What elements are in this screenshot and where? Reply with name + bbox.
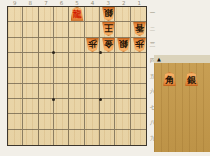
board-square-5-5[interactable]	[69, 68, 84, 83]
board-square-8-1[interactable]	[23, 7, 38, 22]
board-square-7-7[interactable]	[39, 99, 54, 114]
board-square-3-7[interactable]	[100, 99, 115, 114]
hoshi-dot	[99, 98, 102, 101]
board-square-9-6[interactable]	[8, 84, 23, 99]
board-square-5-3[interactable]	[69, 38, 84, 53]
shogi-app-screen: 987654321 一二三四五六七八九 ▲ 龍銀王香歩金銀歩角銀	[0, 0, 210, 156]
board-square-5-9[interactable]	[69, 130, 84, 145]
board-square-6-6[interactable]	[54, 84, 69, 99]
board-square-4-9[interactable]	[85, 130, 100, 145]
board-square-1-7[interactable]	[131, 99, 146, 114]
board-square-2-8[interactable]	[115, 114, 130, 129]
board-square-8-2[interactable]	[23, 22, 38, 37]
board-square-7-9[interactable]	[39, 130, 54, 145]
board-square-8-4[interactable]	[23, 53, 38, 68]
board-square-1-8[interactable]	[131, 114, 146, 129]
board-square-8-9[interactable]	[23, 130, 38, 145]
board-square-6-3[interactable]	[54, 38, 69, 53]
shogi-board[interactable]	[7, 6, 147, 146]
board-square-9-4[interactable]	[8, 53, 23, 68]
board-square-3-5[interactable]	[100, 68, 115, 83]
board-square-2-9[interactable]	[115, 130, 130, 145]
board-square-1-6[interactable]	[131, 84, 146, 99]
board-square-6-8[interactable]	[54, 114, 69, 129]
board-square-5-7[interactable]	[69, 99, 84, 114]
board-square-2-6[interactable]	[115, 84, 130, 99]
board-square-6-2[interactable]	[54, 22, 69, 37]
board-square-9-1[interactable]	[8, 7, 23, 22]
board-square-1-9[interactable]	[131, 130, 146, 145]
board-square-5-8[interactable]	[69, 114, 84, 129]
board-square-8-7[interactable]	[23, 99, 38, 114]
board-square-6-5[interactable]	[54, 68, 69, 83]
board-square-4-2[interactable]	[85, 22, 100, 37]
board-square-5-4[interactable]	[69, 53, 84, 68]
piece-glyph: 銀	[119, 37, 128, 50]
rank-label-3: 三	[148, 37, 157, 53]
board-square-8-6[interactable]	[23, 84, 38, 99]
board-square-4-5[interactable]	[85, 68, 100, 83]
board-square-4-4[interactable]	[85, 53, 100, 68]
piece-glyph: 香	[135, 22, 144, 35]
piece-glyph: 龍	[73, 8, 82, 21]
piece-glyph: 金	[104, 37, 113, 50]
rank-label-2: 二	[148, 22, 157, 38]
piece-glyph: 王	[104, 22, 113, 35]
board-square-8-5[interactable]	[23, 68, 38, 83]
board-square-9-8[interactable]	[8, 114, 23, 129]
board-square-7-8[interactable]	[39, 114, 54, 129]
board-square-8-3[interactable]	[23, 38, 38, 53]
board-square-4-6[interactable]	[85, 84, 100, 99]
board-square-2-1[interactable]	[115, 7, 130, 22]
board-square-3-4[interactable]	[100, 53, 115, 68]
board-square-5-6[interactable]	[69, 84, 84, 99]
piece-glyph: 銀	[104, 6, 113, 19]
board-square-4-8[interactable]	[85, 114, 100, 129]
piece-glyph: 角	[165, 74, 174, 87]
hoshi-dot	[52, 98, 55, 101]
board-square-3-8[interactable]	[100, 114, 115, 129]
board-square-2-7[interactable]	[115, 99, 130, 114]
board-square-6-1[interactable]	[54, 7, 69, 22]
board-square-8-8[interactable]	[23, 114, 38, 129]
board-square-2-2[interactable]	[115, 22, 130, 37]
board-square-3-9[interactable]	[100, 130, 115, 145]
board-square-9-2[interactable]	[8, 22, 23, 37]
board-square-2-4[interactable]	[115, 53, 130, 68]
rank-label-1: 一	[148, 6, 157, 22]
board-square-9-9[interactable]	[8, 130, 23, 145]
board-square-5-2[interactable]	[69, 22, 84, 37]
komadai-sente-hand: ▲	[154, 55, 210, 152]
hoshi-dot	[99, 51, 102, 54]
board-square-4-7[interactable]	[85, 99, 100, 114]
board-square-7-5[interactable]	[39, 68, 54, 83]
board-square-9-7[interactable]	[8, 99, 23, 114]
komadai-header-strip: ▲	[154, 55, 210, 63]
board-square-6-9[interactable]	[54, 130, 69, 145]
board-square-6-4[interactable]	[54, 53, 69, 68]
board-square-1-5[interactable]	[131, 68, 146, 83]
board-square-4-1[interactable]	[85, 7, 100, 22]
board-square-3-6[interactable]	[100, 84, 115, 99]
piece-glyph: 歩	[88, 37, 97, 50]
board-square-2-5[interactable]	[115, 68, 130, 83]
board-square-1-4[interactable]	[131, 53, 146, 68]
board-square-1-1[interactable]	[131, 7, 146, 22]
board-square-7-2[interactable]	[39, 22, 54, 37]
board-square-6-7[interactable]	[54, 99, 69, 114]
piece-glyph: 銀	[187, 74, 196, 87]
board-square-9-5[interactable]	[8, 68, 23, 83]
board-square-9-3[interactable]	[8, 38, 23, 53]
board-square-7-1[interactable]	[39, 7, 54, 22]
sente-marker-icon: ▲	[157, 56, 161, 62]
board-square-7-4[interactable]	[39, 53, 54, 68]
board-square-7-6[interactable]	[39, 84, 54, 99]
piece-glyph: 歩	[135, 37, 144, 50]
